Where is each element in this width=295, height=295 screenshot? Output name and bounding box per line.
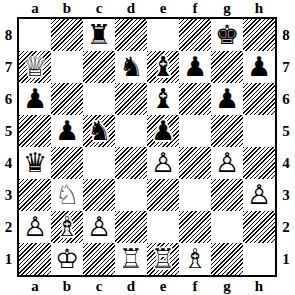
square-d1[interactable]: ♖ [115, 243, 147, 275]
file-label-bottom-f: f [179, 278, 211, 295]
white-pawn[interactable]: ♙ [83, 211, 115, 243]
square-a7[interactable]: ♕ [19, 51, 51, 83]
file-label-bottom-g: g [211, 278, 243, 295]
square-b1[interactable]: ♔ [51, 243, 83, 275]
square-c8[interactable]: ♜ [83, 19, 115, 51]
square-g5[interactable] [211, 115, 243, 147]
black-pawn[interactable]: ♟ [179, 51, 211, 83]
file-label-top-g: g [211, 0, 243, 17]
white-rook[interactable]: ♖ [147, 243, 179, 275]
black-queen[interactable]: ♛ [19, 147, 51, 179]
square-d2[interactable] [115, 211, 147, 243]
file-label-top-f: f [179, 0, 211, 17]
square-e5[interactable]: ♟ [147, 115, 179, 147]
square-f3[interactable] [179, 179, 211, 211]
square-d4[interactable] [115, 147, 147, 179]
square-b2[interactable]: ♗ [51, 211, 83, 243]
file-label-top-e: e [147, 0, 179, 17]
rank-label-left-6: 6 [0, 83, 17, 115]
file-label-bottom-b: b [51, 278, 83, 295]
chess-diagram: abcdefgh 87654321 ♜♚♕♞♝♟♟♟♝♟♟♞♟♛♙♙♘♙♙♗♙♔… [0, 0, 295, 295]
square-f8[interactable] [179, 19, 211, 51]
square-c1[interactable] [83, 243, 115, 275]
corner-top-left [0, 0, 17, 17]
file-label-bottom-h: h [243, 278, 275, 295]
file-label-bottom-d: d [115, 278, 147, 295]
square-e7[interactable]: ♝ [147, 51, 179, 83]
square-b7[interactable] [51, 51, 83, 83]
square-c2[interactable]: ♙ [83, 211, 115, 243]
square-f4[interactable] [179, 147, 211, 179]
white-rook[interactable]: ♖ [115, 243, 147, 275]
black-pawn[interactable]: ♟ [19, 83, 51, 115]
rank-label-left-1: 1 [0, 243, 17, 275]
file-label-top-d: d [115, 0, 147, 17]
square-a3[interactable] [19, 179, 51, 211]
square-c6[interactable] [83, 83, 115, 115]
corner-top-right [277, 0, 295, 17]
white-pawn[interactable]: ♙ [19, 211, 51, 243]
file-labels-top: abcdefgh [17, 0, 277, 17]
square-a6[interactable]: ♟ [19, 83, 51, 115]
white-pawn[interactable]: ♙ [243, 179, 275, 211]
file-label-top-c: c [83, 0, 115, 17]
square-d8[interactable] [115, 19, 147, 51]
square-h3[interactable]: ♙ [243, 179, 275, 211]
square-h8[interactable] [243, 19, 275, 51]
black-bishop[interactable]: ♝ [147, 51, 179, 83]
black-pawn[interactable]: ♟ [243, 51, 275, 83]
square-f5[interactable] [179, 115, 211, 147]
white-bishop[interactable]: ♗ [51, 211, 83, 243]
square-d5[interactable] [115, 115, 147, 147]
black-bishop[interactable]: ♝ [147, 83, 179, 115]
white-bishop[interactable]: ♗ [179, 243, 211, 275]
file-label-top-h: h [243, 0, 275, 17]
square-c4[interactable] [83, 147, 115, 179]
square-g2[interactable] [211, 211, 243, 243]
square-a5[interactable] [19, 115, 51, 147]
square-g8[interactable]: ♚ [211, 19, 243, 51]
rank-label-right-6: 6 [277, 83, 295, 115]
square-e1[interactable]: ♖ [147, 243, 179, 275]
rank-label-right-2: 2 [277, 211, 295, 243]
white-queen[interactable]: ♕ [19, 51, 51, 83]
rank-label-left-7: 7 [0, 51, 17, 83]
rank-label-left-2: 2 [0, 211, 17, 243]
square-e8[interactable] [147, 19, 179, 51]
square-h2[interactable] [243, 211, 275, 243]
square-g7[interactable] [211, 51, 243, 83]
square-h4[interactable] [243, 147, 275, 179]
square-h1[interactable] [243, 243, 275, 275]
square-c5[interactable]: ♞ [83, 115, 115, 147]
square-c3[interactable] [83, 179, 115, 211]
square-g6[interactable]: ♟ [211, 83, 243, 115]
rank-label-left-5: 5 [0, 115, 17, 147]
square-e4[interactable]: ♙ [147, 147, 179, 179]
square-b6[interactable] [51, 83, 83, 115]
square-h6[interactable] [243, 83, 275, 115]
black-pawn[interactable]: ♟ [147, 115, 179, 147]
square-f2[interactable] [179, 211, 211, 243]
black-rook[interactable]: ♜ [83, 19, 115, 51]
file-label-top-b: b [51, 0, 83, 17]
corner-bottom-right [277, 277, 295, 295]
square-d7[interactable]: ♞ [115, 51, 147, 83]
square-b5[interactable]: ♟ [51, 115, 83, 147]
square-f6[interactable] [179, 83, 211, 115]
black-pawn[interactable]: ♟ [211, 83, 243, 115]
square-b8[interactable] [51, 19, 83, 51]
square-b4[interactable] [51, 147, 83, 179]
corner-bottom-left [0, 277, 17, 295]
rank-label-right-4: 4 [277, 147, 295, 179]
white-king[interactable]: ♔ [51, 243, 83, 275]
rank-label-left-3: 3 [0, 179, 17, 211]
white-knight[interactable]: ♘ [51, 179, 83, 211]
black-knight[interactable]: ♞ [115, 51, 147, 83]
square-f1[interactable]: ♗ [179, 243, 211, 275]
square-f7[interactable]: ♟ [179, 51, 211, 83]
square-g1[interactable] [211, 243, 243, 275]
rank-label-right-5: 5 [277, 115, 295, 147]
square-a4[interactable]: ♛ [19, 147, 51, 179]
square-d6[interactable] [115, 83, 147, 115]
black-pawn[interactable]: ♟ [51, 115, 83, 147]
file-label-top-a: a [19, 0, 51, 17]
square-a2[interactable]: ♙ [19, 211, 51, 243]
rank-label-right-3: 3 [277, 179, 295, 211]
black-knight[interactable]: ♞ [83, 115, 115, 147]
rank-labels-left: 87654321 [0, 17, 17, 277]
square-c7[interactable] [83, 51, 115, 83]
white-pawn[interactable]: ♙ [211, 147, 243, 179]
rank-label-right-8: 8 [277, 19, 295, 51]
square-a1[interactable] [19, 243, 51, 275]
square-b3[interactable]: ♘ [51, 179, 83, 211]
file-label-bottom-c: c [83, 278, 115, 295]
square-a8[interactable] [19, 19, 51, 51]
white-pawn[interactable]: ♙ [147, 147, 179, 179]
file-labels-bottom: abcdefgh [17, 277, 277, 295]
chess-board: ♜♚♕♞♝♟♟♟♝♟♟♞♟♛♙♙♘♙♙♗♙♔♖♖♗ [17, 17, 277, 277]
square-h7[interactable]: ♟ [243, 51, 275, 83]
rank-labels-right: 87654321 [277, 17, 295, 277]
square-e2[interactable] [147, 211, 179, 243]
file-label-bottom-a: a [19, 278, 51, 295]
square-e6[interactable]: ♝ [147, 83, 179, 115]
rank-label-left-4: 4 [0, 147, 17, 179]
square-e3[interactable] [147, 179, 179, 211]
rank-label-right-7: 7 [277, 51, 295, 83]
file-label-bottom-e: e [147, 278, 179, 295]
rank-label-right-1: 1 [277, 243, 295, 275]
rank-label-left-8: 8 [0, 19, 17, 51]
square-g3[interactable] [211, 179, 243, 211]
square-g4[interactable]: ♙ [211, 147, 243, 179]
square-h5[interactable] [243, 115, 275, 147]
black-king[interactable]: ♚ [211, 19, 243, 51]
square-d3[interactable] [115, 179, 147, 211]
